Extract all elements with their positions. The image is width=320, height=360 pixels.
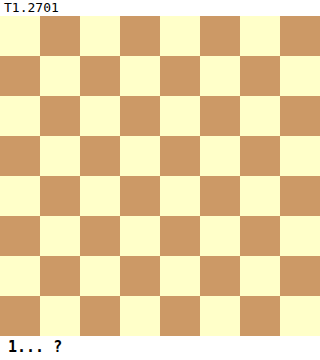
square-f5[interactable]	[200, 136, 240, 176]
square-c2[interactable]	[80, 256, 120, 296]
square-c3[interactable]	[80, 216, 120, 256]
square-a4[interactable]	[0, 176, 40, 216]
square-f2[interactable]	[200, 256, 240, 296]
square-d2[interactable]	[120, 256, 160, 296]
square-d8[interactable]	[120, 16, 160, 56]
square-g4[interactable]	[240, 176, 280, 216]
square-a8[interactable]	[0, 16, 40, 56]
square-c7[interactable]	[80, 56, 120, 96]
square-h4[interactable]	[280, 176, 320, 216]
square-d5[interactable]	[120, 136, 160, 176]
move-prompt: 1... ?	[0, 336, 320, 360]
square-f8[interactable]	[200, 16, 240, 56]
square-h7[interactable]	[280, 56, 320, 96]
square-g3[interactable]	[240, 216, 280, 256]
square-h2[interactable]	[280, 256, 320, 296]
square-a3[interactable]	[0, 216, 40, 256]
square-d1[interactable]	[120, 296, 160, 336]
square-b1[interactable]	[40, 296, 80, 336]
square-d4[interactable]	[120, 176, 160, 216]
square-h8[interactable]	[280, 16, 320, 56]
square-b5[interactable]	[40, 136, 80, 176]
square-g5[interactable]	[240, 136, 280, 176]
square-g6[interactable]	[240, 96, 280, 136]
square-h5[interactable]	[280, 136, 320, 176]
square-e4[interactable]	[160, 176, 200, 216]
square-h6[interactable]	[280, 96, 320, 136]
square-h3[interactable]	[280, 216, 320, 256]
square-e2[interactable]	[160, 256, 200, 296]
square-f1[interactable]	[200, 296, 240, 336]
square-a5[interactable]	[0, 136, 40, 176]
square-c1[interactable]	[80, 296, 120, 336]
square-d6[interactable]	[120, 96, 160, 136]
square-h1[interactable]	[280, 296, 320, 336]
square-e5[interactable]	[160, 136, 200, 176]
square-e1[interactable]	[160, 296, 200, 336]
square-a6[interactable]	[0, 96, 40, 136]
square-b3[interactable]	[40, 216, 80, 256]
square-g8[interactable]	[240, 16, 280, 56]
square-b7[interactable]	[40, 56, 80, 96]
square-c6[interactable]	[80, 96, 120, 136]
puzzle-id: T1.2701	[0, 0, 320, 16]
chess-board	[0, 16, 320, 336]
square-g2[interactable]	[240, 256, 280, 296]
square-g1[interactable]	[240, 296, 280, 336]
square-c4[interactable]	[80, 176, 120, 216]
square-e6[interactable]	[160, 96, 200, 136]
square-f6[interactable]	[200, 96, 240, 136]
square-e8[interactable]	[160, 16, 200, 56]
square-g7[interactable]	[240, 56, 280, 96]
square-b4[interactable]	[40, 176, 80, 216]
square-f3[interactable]	[200, 216, 240, 256]
square-a7[interactable]	[0, 56, 40, 96]
square-a1[interactable]	[0, 296, 40, 336]
chess-diagram-window: T1.2701 1... ?	[0, 0, 320, 360]
square-b6[interactable]	[40, 96, 80, 136]
square-e7[interactable]	[160, 56, 200, 96]
square-c8[interactable]	[80, 16, 120, 56]
square-c5[interactable]	[80, 136, 120, 176]
square-a2[interactable]	[0, 256, 40, 296]
square-d3[interactable]	[120, 216, 160, 256]
square-f4[interactable]	[200, 176, 240, 216]
square-e3[interactable]	[160, 216, 200, 256]
square-b8[interactable]	[40, 16, 80, 56]
square-d7[interactable]	[120, 56, 160, 96]
square-b2[interactable]	[40, 256, 80, 296]
square-f7[interactable]	[200, 56, 240, 96]
